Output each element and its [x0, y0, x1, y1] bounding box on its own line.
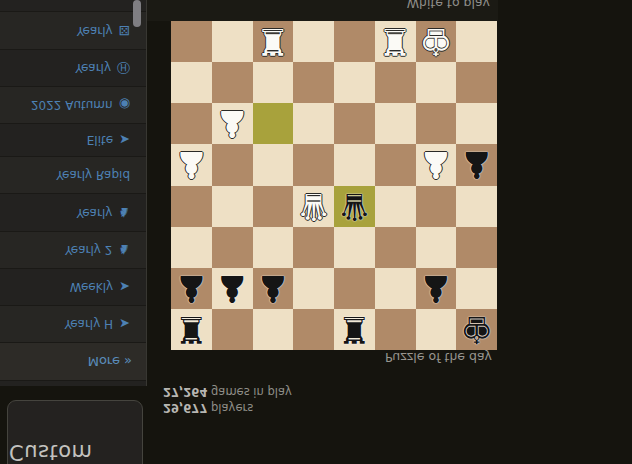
square[interactable] [456, 21, 497, 62]
square[interactable] [375, 62, 416, 103]
tournament-label: Yearly H [64, 317, 113, 331]
piece-black-pawn: ♟ [460, 146, 493, 183]
tournament-item[interactable]: Yearly⚄ [0, 12, 146, 50]
tournament-label: Yearly [77, 24, 113, 38]
piece-white-queen: ♛ [297, 188, 330, 225]
square[interactable] [416, 103, 457, 144]
square[interactable] [171, 227, 212, 268]
square[interactable] [212, 144, 253, 185]
tournament-item[interactable]: Weekly➤ [0, 269, 146, 306]
piece-black-pawn: ♟ [419, 270, 452, 307]
square[interactable] [375, 268, 416, 309]
square[interactable] [293, 21, 334, 62]
piece-black-king: ♚ [460, 311, 493, 348]
square[interactable]: ♚ [456, 309, 497, 350]
square[interactable] [334, 268, 375, 309]
more-tournaments-row[interactable]: More » [0, 343, 146, 381]
chess-board[interactable]: ♜♜♚♟♟♟♟♛♛♟♟♟♟♜♜♚ [171, 21, 497, 350]
square[interactable]: ♟ [416, 268, 457, 309]
square[interactable] [171, 103, 212, 144]
square[interactable]: ♛ [334, 186, 375, 227]
square[interactable]: ♜ [334, 309, 375, 350]
square[interactable] [334, 227, 375, 268]
square[interactable] [253, 62, 294, 103]
square[interactable] [456, 227, 497, 268]
square[interactable] [253, 309, 294, 350]
square[interactable] [375, 309, 416, 350]
square[interactable] [293, 144, 334, 185]
square[interactable]: ♟ [416, 144, 457, 185]
square[interactable]: ♜ [375, 21, 416, 62]
tournament-item[interactable]: Yearly 2♞ [0, 232, 146, 269]
square[interactable] [416, 62, 457, 103]
piece-white-rook: ♜ [379, 23, 412, 60]
tournament-item[interactable]: YearlyⒽ [0, 50, 146, 87]
square[interactable]: ♟ [456, 144, 497, 185]
tournament-item[interactable] [0, 0, 146, 12]
square[interactable]: ♟ [253, 268, 294, 309]
piece-black-pawn: ♟ [256, 270, 289, 307]
square[interactable]: ♟ [212, 103, 253, 144]
square[interactable] [416, 227, 457, 268]
square[interactable] [293, 309, 334, 350]
marathon-icon: ◉ [119, 99, 130, 112]
knight-icon: ♞ [118, 244, 130, 257]
superblitz-icon: ➤ [119, 134, 130, 147]
site-stats: 27,264 games in play 29,677 players [163, 384, 292, 416]
square[interactable] [416, 309, 457, 350]
square[interactable] [456, 268, 497, 309]
piece-black-rook: ♜ [338, 311, 371, 348]
piece-black-pawn: ♟ [175, 270, 208, 307]
square[interactable] [375, 144, 416, 185]
square[interactable]: ♜ [253, 21, 294, 62]
tournament-label: Yearly [75, 61, 111, 75]
knight-icon: ♞ [118, 206, 130, 219]
square[interactable] [293, 227, 334, 268]
square[interactable] [253, 227, 294, 268]
piece-white-rook: ♜ [256, 23, 289, 60]
players-stat: 29,677 players [163, 400, 292, 416]
tournament-item[interactable]: Yearly Rapid [0, 157, 146, 194]
square[interactable]: ♟ [171, 268, 212, 309]
custom-game-label[interactable]: Custom [9, 440, 92, 464]
square[interactable] [293, 268, 334, 309]
piece-black-pawn: ♟ [216, 270, 249, 307]
square[interactable] [416, 186, 457, 227]
square[interactable] [456, 186, 497, 227]
square[interactable] [253, 186, 294, 227]
tournament-item[interactable]: 2022 Autumn◉ [0, 87, 146, 124]
lichess-homepage-flipped: Yearly⚄YearlyⒽ2022 Autumn◉Elite➤Yearly R… [0, 0, 632, 464]
square[interactable] [375, 227, 416, 268]
square[interactable] [456, 62, 497, 103]
square[interactable] [171, 62, 212, 103]
square[interactable] [212, 309, 253, 350]
square[interactable]: ♟ [212, 268, 253, 309]
puzzle-of-the-day-title: Puzzle of the day [385, 350, 492, 365]
square[interactable] [334, 21, 375, 62]
square[interactable] [293, 103, 334, 144]
tournament-item[interactable]: Elite➤ [0, 124, 146, 157]
superblitz-icon: ➤ [119, 318, 130, 331]
square[interactable] [253, 144, 294, 185]
square[interactable] [212, 21, 253, 62]
tournament-item[interactable]: Yearly♞ [0, 194, 146, 232]
dice-icon: ⚄ [119, 24, 130, 37]
square[interactable] [171, 186, 212, 227]
square[interactable] [212, 186, 253, 227]
horde-icon: Ⓗ [117, 62, 130, 75]
square[interactable]: ♟ [171, 144, 212, 185]
tournament-label: Yearly [77, 206, 113, 220]
square[interactable] [334, 62, 375, 103]
piece-white-king: ♚ [419, 23, 452, 60]
square[interactable] [375, 103, 416, 144]
square[interactable] [253, 103, 294, 144]
square[interactable] [375, 186, 416, 227]
tournament-label: Weekly [70, 280, 113, 294]
square[interactable] [212, 62, 253, 103]
tournament-sidebar: Yearly⚄YearlyⒽ2022 Autumn◉Elite➤Yearly R… [0, 0, 147, 386]
square[interactable]: ♜ [171, 309, 212, 350]
square[interactable] [456, 103, 497, 144]
piece-black-queen: ♛ [338, 188, 371, 225]
square[interactable] [171, 21, 212, 62]
piece-black-rook: ♜ [175, 311, 208, 348]
square[interactable] [293, 62, 334, 103]
square[interactable] [334, 144, 375, 185]
tournament-item[interactable]: Yearly H➤ [0, 306, 146, 343]
scrollbar-thumb[interactable] [133, 0, 141, 27]
square[interactable] [212, 227, 253, 268]
square[interactable]: ♚ [416, 21, 457, 62]
tournament-label: Yearly 2 [65, 243, 112, 257]
piece-white-pawn: ♟ [216, 105, 249, 142]
games-in-play-stat: 27,264 games in play [163, 384, 292, 400]
side-to-move-caption: White to play [407, 0, 490, 11]
tournament-label: Elite [87, 133, 113, 147]
more-tournaments-link[interactable]: More » [88, 354, 132, 369]
piece-white-pawn: ♟ [419, 146, 452, 183]
square[interactable]: ♛ [293, 186, 334, 227]
tournament-label: 2022 Autumn [31, 98, 113, 112]
piece-white-pawn: ♟ [175, 146, 208, 183]
square[interactable] [334, 103, 375, 144]
tournament-label: Yearly Rapid [56, 168, 130, 182]
superblitz-icon: ➤ [119, 281, 130, 294]
